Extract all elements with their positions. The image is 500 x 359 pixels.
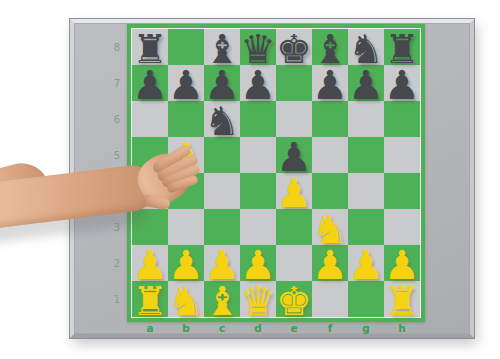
- square-d7[interactable]: ♟: [240, 65, 276, 101]
- piece-f7-black-pawn[interactable]: ♟: [312, 66, 348, 104]
- square-g3[interactable]: [348, 209, 384, 245]
- square-g2[interactable]: ♟: [348, 245, 384, 281]
- square-f5[interactable]: [312, 137, 348, 173]
- square-a7[interactable]: ♟: [132, 65, 168, 101]
- rank-label-6: 6: [110, 101, 124, 137]
- rank-label-7: 7: [110, 65, 124, 101]
- piece-b1-white-knight[interactable]: ♞: [168, 282, 204, 320]
- square-c7[interactable]: ♟: [204, 65, 240, 101]
- square-g7[interactable]: ♟: [348, 65, 384, 101]
- square-c3[interactable]: [204, 209, 240, 245]
- square-c8[interactable]: ♝: [204, 29, 240, 65]
- scene: ♜♝♛♚♝♞♜♟♟♟♟♟♟♟♞♝♟♟♞♟♟♟♟♟♟♟♜♞♝♛♚♜ 8765432…: [0, 0, 500, 359]
- piece-c1-white-bishop[interactable]: ♝: [204, 282, 240, 320]
- square-d4[interactable]: [240, 173, 276, 209]
- square-g5[interactable]: [348, 137, 384, 173]
- square-h1[interactable]: ♜: [384, 281, 420, 317]
- rank-label-2: 2: [110, 245, 124, 281]
- square-f8[interactable]: ♝: [312, 29, 348, 65]
- square-c4[interactable]: [204, 173, 240, 209]
- square-a1[interactable]: ♜: [132, 281, 168, 317]
- square-h7[interactable]: ♟: [384, 65, 420, 101]
- square-b3[interactable]: [168, 209, 204, 245]
- square-c1[interactable]: ♝: [204, 281, 240, 317]
- square-b1[interactable]: ♞: [168, 281, 204, 317]
- piece-c6-black-knight[interactable]: ♞: [204, 102, 240, 140]
- square-d3[interactable]: [240, 209, 276, 245]
- piece-e1-white-king[interactable]: ♚: [276, 282, 312, 320]
- square-b2[interactable]: ♟: [168, 245, 204, 281]
- square-d5[interactable]: [240, 137, 276, 173]
- square-h3[interactable]: [384, 209, 420, 245]
- square-e5[interactable]: ♟: [276, 137, 312, 173]
- piece-d7-black-pawn[interactable]: ♟: [240, 66, 276, 104]
- piece-g2-white-pawn[interactable]: ♟: [348, 246, 384, 284]
- square-h4[interactable]: [384, 173, 420, 209]
- square-b7[interactable]: ♟: [168, 65, 204, 101]
- rank-label-8: 8: [110, 29, 124, 65]
- piece-b7-black-pawn[interactable]: ♟: [168, 66, 204, 104]
- piece-h7-black-pawn[interactable]: ♟: [384, 66, 420, 104]
- piece-e4-white-pawn[interactable]: ♟: [276, 174, 312, 212]
- square-c2[interactable]: ♟: [204, 245, 240, 281]
- piece-f2-white-pawn[interactable]: ♟: [312, 246, 348, 284]
- square-e4[interactable]: ♟: [276, 173, 312, 209]
- square-a8[interactable]: ♜: [132, 29, 168, 65]
- rank-label-1: 1: [110, 281, 124, 317]
- piece-h1-white-rook[interactable]: ♜: [384, 282, 420, 320]
- file-label-g: g: [348, 322, 384, 335]
- square-d1[interactable]: ♛: [240, 281, 276, 317]
- square-e8[interactable]: ♚: [276, 29, 312, 65]
- square-f7[interactable]: ♟: [312, 65, 348, 101]
- piece-a7-black-pawn[interactable]: ♟: [132, 66, 168, 104]
- piece-a1-white-rook[interactable]: ♜: [132, 282, 168, 320]
- piece-e8-black-king[interactable]: ♚: [276, 30, 312, 68]
- piece-d1-white-queen[interactable]: ♛: [240, 282, 276, 320]
- square-f3[interactable]: ♞: [312, 209, 348, 245]
- square-e2[interactable]: [276, 245, 312, 281]
- square-f4[interactable]: [312, 173, 348, 209]
- square-f2[interactable]: ♟: [312, 245, 348, 281]
- square-h8[interactable]: ♜: [384, 29, 420, 65]
- square-g4[interactable]: [348, 173, 384, 209]
- piece-g7-black-pawn[interactable]: ♟: [348, 66, 384, 104]
- square-h5[interactable]: [384, 137, 420, 173]
- square-d2[interactable]: ♟: [240, 245, 276, 281]
- square-c6[interactable]: ♞: [204, 101, 240, 137]
- square-d8[interactable]: ♛: [240, 29, 276, 65]
- square-b8[interactable]: [168, 29, 204, 65]
- file-label-f: f: [312, 322, 348, 335]
- square-e1[interactable]: ♚: [276, 281, 312, 317]
- square-a2[interactable]: ♟: [132, 245, 168, 281]
- square-g8[interactable]: ♞: [348, 29, 384, 65]
- square-e6[interactable]: [276, 101, 312, 137]
- square-h2[interactable]: ♟: [384, 245, 420, 281]
